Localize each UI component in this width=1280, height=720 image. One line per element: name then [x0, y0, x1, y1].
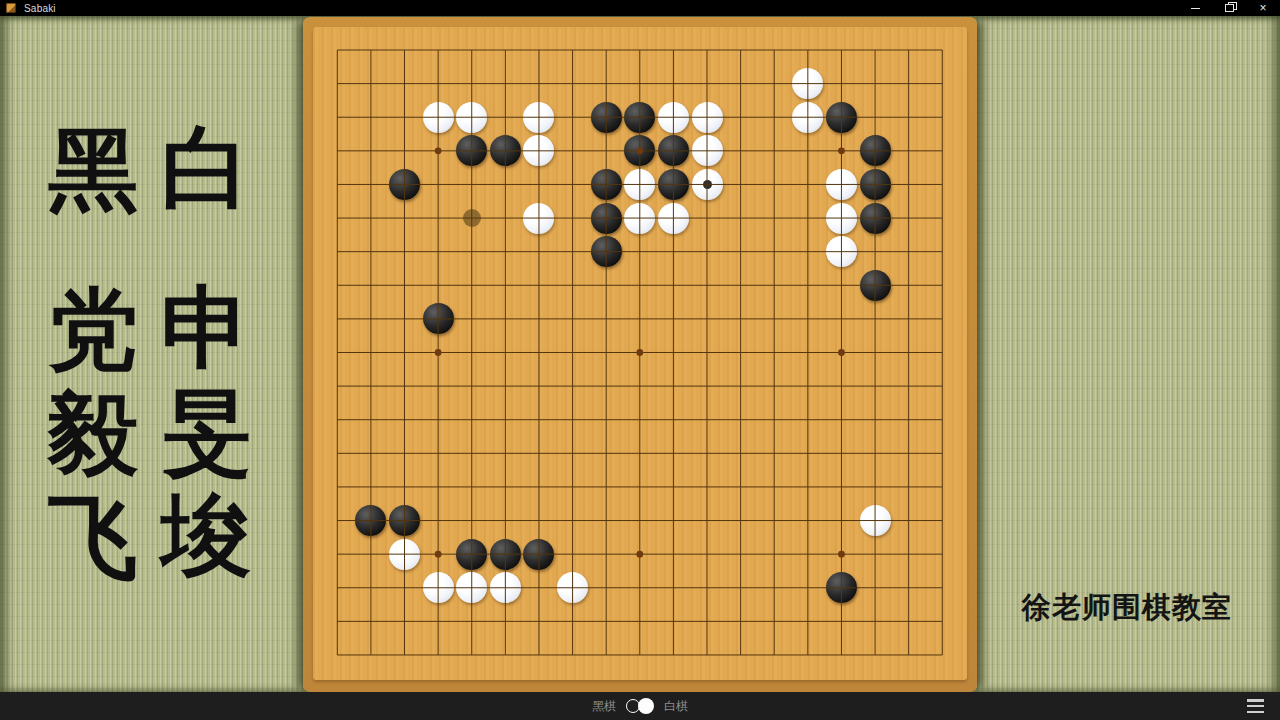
black-label: 黑 — [44, 118, 142, 222]
black-turn-label: 黑棋 — [592, 698, 616, 715]
white-name-char: 旻 — [157, 380, 255, 484]
close-button[interactable]: × — [1246, 0, 1280, 16]
minimize-icon — [1191, 8, 1200, 9]
white-name-char: 埈 — [157, 484, 255, 588]
white-player-name: 申 旻 埈 — [157, 276, 255, 588]
window-controls: × — [1178, 0, 1280, 16]
white-stone-icon — [638, 698, 654, 714]
black-player-column: 黑 党 毅 飞 — [44, 118, 142, 590]
title-bar: Sabaki × — [0, 0, 1280, 16]
maximize-button[interactable] — [1212, 0, 1246, 16]
hamburger-menu-icon[interactable] — [1247, 699, 1264, 713]
goban[interactable] — [303, 17, 977, 692]
white-name-char: 申 — [157, 276, 255, 380]
minimize-button[interactable] — [1178, 0, 1212, 16]
bottom-bar: 黑棋 白棋 — [0, 692, 1280, 720]
black-name-char: 党 — [44, 278, 142, 382]
player-toggle[interactable] — [626, 698, 654, 714]
board-grid — [303, 17, 977, 692]
tatami-background: 黑 党 毅 飞 白 申 旻 埈 徐老师围棋教室 — [0, 16, 1280, 692]
close-icon: × — [1259, 2, 1266, 14]
window-title: Sabaki — [24, 3, 56, 14]
classroom-caption: 徐老师围棋教室 — [1022, 588, 1232, 628]
restore-icon — [1225, 4, 1234, 12]
white-player-column: 白 申 旻 埈 — [157, 116, 255, 588]
black-name-char: 毅 — [44, 382, 142, 486]
white-label: 白 — [157, 116, 255, 220]
app-icon[interactable] — [6, 3, 16, 13]
black-player-name: 党 毅 飞 — [44, 278, 142, 590]
black-name-char: 飞 — [44, 486, 142, 590]
white-turn-label: 白棋 — [664, 698, 688, 715]
